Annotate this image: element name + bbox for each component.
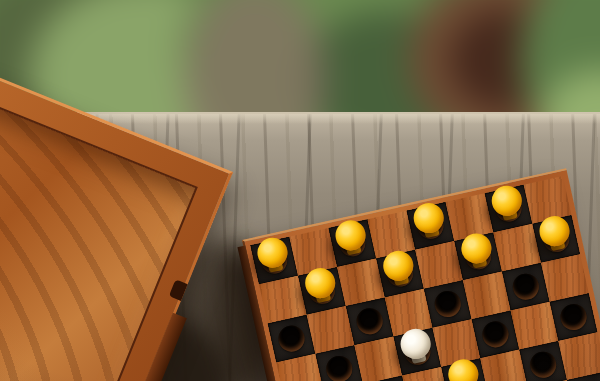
yellow-peg-r1c3[interactable] [376, 250, 424, 298]
yellow-peg-r0c0[interactable] [250, 237, 298, 285]
peg-hole [324, 354, 355, 381]
yellow-peg-r0c6[interactable] [485, 185, 533, 233]
square-r1c1[interactable] [298, 267, 346, 315]
yellow-peg-r1c7[interactable] [532, 215, 580, 263]
peg-head [333, 217, 369, 253]
square-r0c2[interactable] [328, 219, 376, 267]
square-r1c7[interactable] [532, 215, 580, 263]
peg-head [489, 183, 525, 219]
white-peg-r3c3[interactable] [393, 328, 441, 376]
peg-hole [528, 349, 559, 380]
peg-hole [276, 323, 307, 354]
square-r4c7[interactable] [558, 332, 600, 380]
peg-head [411, 200, 447, 236]
square-r3c3[interactable] [393, 328, 441, 376]
square-r1c5[interactable] [454, 232, 502, 280]
peg-head [255, 235, 291, 271]
square-r0c0[interactable] [250, 237, 298, 285]
square-r0c4[interactable] [407, 202, 455, 250]
peg-hole [354, 306, 385, 337]
yellow-peg-r0c4[interactable] [407, 202, 455, 250]
square-r1c3[interactable] [376, 250, 424, 298]
square-r0c6[interactable] [485, 185, 533, 233]
peg-hole [432, 288, 463, 319]
yellow-peg-r1c1[interactable] [298, 267, 346, 315]
yellow-peg-r1c5[interactable] [454, 232, 502, 280]
photo-scene [0, 0, 600, 381]
yellow-peg-r0c2[interactable] [328, 219, 376, 267]
peg-hole [510, 271, 541, 302]
peg-hole [480, 319, 511, 350]
peg-hole [558, 302, 589, 333]
